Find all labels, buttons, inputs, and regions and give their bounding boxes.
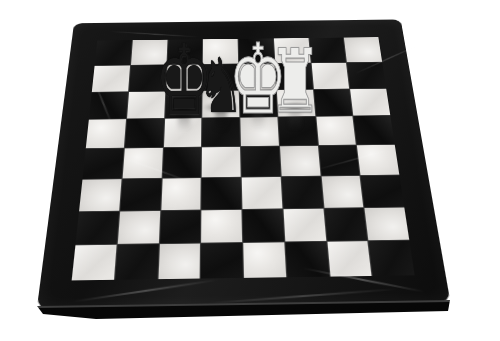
square-e3[interactable] — [242, 177, 282, 209]
square-g1[interactable] — [327, 241, 372, 276]
square-d3[interactable] — [202, 177, 242, 209]
square-a3[interactable] — [79, 179, 121, 211]
square-f4[interactable] — [280, 146, 320, 176]
square-b3[interactable] — [120, 178, 161, 210]
square-f3[interactable] — [281, 176, 322, 208]
product-photo-scene: ♚♞♚♜ — [0, 0, 500, 341]
square-c1[interactable] — [158, 244, 200, 279]
square-h8[interactable] — [344, 37, 382, 62]
square-e4[interactable] — [241, 146, 280, 176]
square-d2[interactable] — [201, 209, 242, 242]
square-a2[interactable] — [75, 211, 118, 245]
square-b1[interactable] — [115, 244, 158, 279]
square-h7[interactable] — [347, 62, 386, 88]
square-a5[interactable] — [86, 119, 126, 148]
piece-white-rook[interactable]: ♜ — [255, 38, 337, 126]
square-e2[interactable] — [242, 209, 284, 242]
square-d1[interactable] — [201, 243, 243, 278]
square-d4[interactable] — [202, 147, 241, 177]
marble-vein — [207, 288, 397, 304]
square-a8[interactable] — [95, 40, 132, 65]
square-h6[interactable] — [350, 88, 390, 115]
square-h2[interactable] — [365, 207, 410, 240]
square-c3[interactable] — [161, 178, 201, 210]
square-h3[interactable] — [361, 175, 404, 207]
square-e1[interactable] — [243, 243, 286, 278]
square-f2[interactable] — [283, 208, 326, 241]
square-c2[interactable] — [159, 210, 200, 244]
square-a6[interactable] — [89, 92, 128, 119]
square-g4[interactable] — [318, 145, 359, 175]
square-h5[interactable] — [354, 116, 395, 145]
marble-vein — [72, 279, 217, 303]
square-a4[interactable] — [83, 148, 124, 178]
square-h4[interactable] — [357, 145, 399, 175]
square-a1[interactable] — [72, 245, 117, 280]
square-b4[interactable] — [122, 148, 162, 178]
square-g3[interactable] — [321, 176, 363, 208]
square-b2[interactable] — [117, 211, 159, 245]
square-f1[interactable] — [285, 242, 329, 277]
square-h1[interactable] — [369, 241, 415, 276]
square-c4[interactable] — [162, 147, 201, 177]
square-g2[interactable] — [324, 208, 368, 241]
square-a7[interactable] — [92, 65, 130, 91]
